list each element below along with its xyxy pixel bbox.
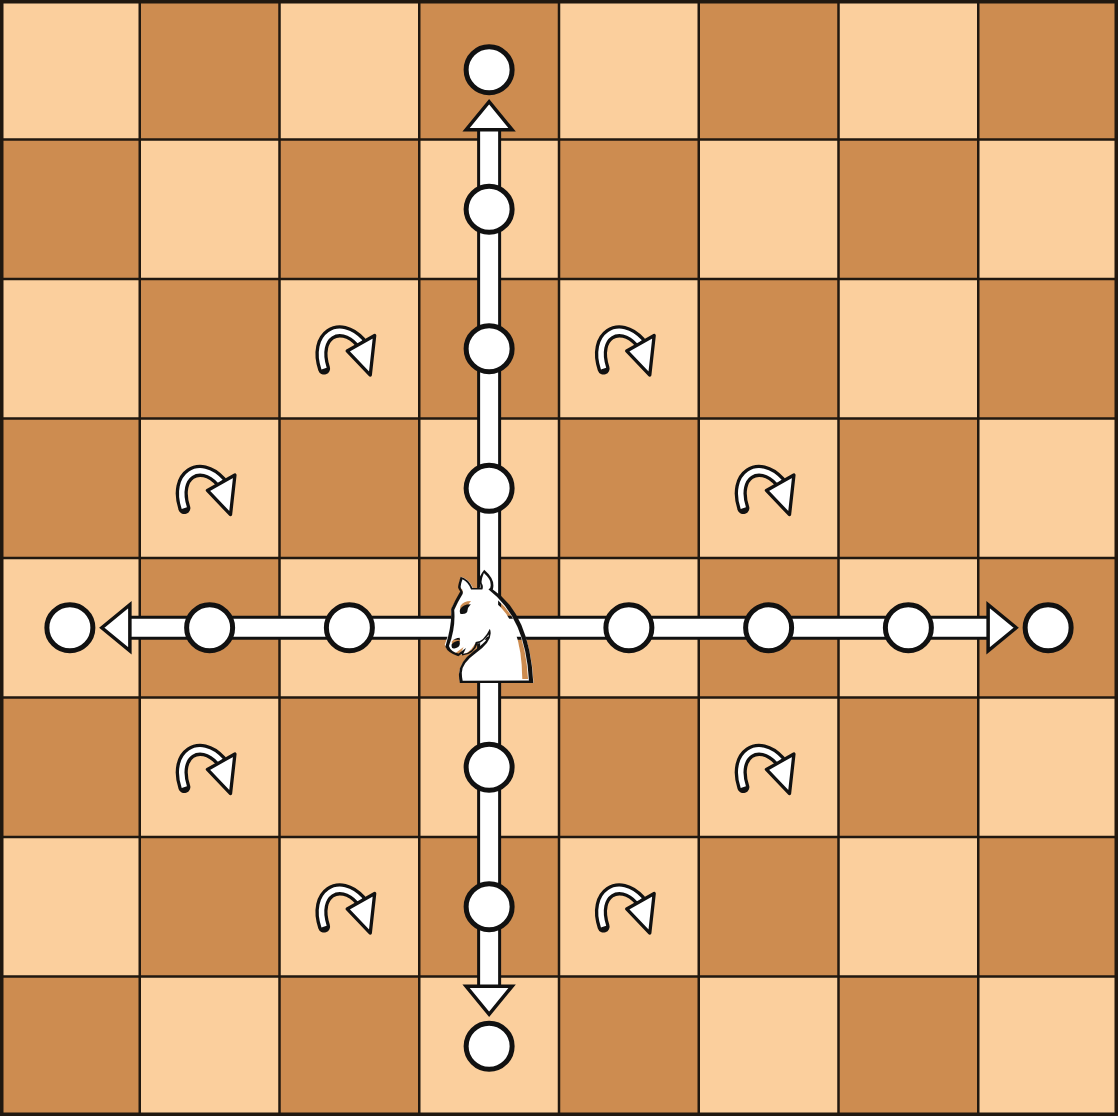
move-dot-g4 xyxy=(885,605,931,651)
move-dot-d7 xyxy=(466,186,512,232)
move-dot-f4 xyxy=(746,605,792,651)
move-dot-d5 xyxy=(466,465,512,511)
arrowhead-left xyxy=(102,605,130,651)
knight-move-arrow-e6 xyxy=(601,331,654,375)
terminal-dot-h4 xyxy=(1025,605,1071,651)
move-dot-e4 xyxy=(606,605,652,651)
movement-overlay: ♞♘ xyxy=(0,0,1118,1116)
terminal-dot-d1 xyxy=(466,1023,512,1069)
arrowhead-up xyxy=(466,102,512,130)
move-dot-c4 xyxy=(326,605,372,651)
move-dot-d6 xyxy=(466,326,512,372)
move-dot-b4 xyxy=(187,605,233,651)
knight-move-arrow-c6 xyxy=(321,331,374,375)
move-dot-d3 xyxy=(466,744,512,790)
knight-move-arrow-b5 xyxy=(182,471,235,515)
knight-move-arrow-b3 xyxy=(182,750,235,794)
knight-move-arrow-f5 xyxy=(741,471,794,515)
knight-move-arrow-f3 xyxy=(741,750,794,794)
arrowhead-right xyxy=(988,605,1016,651)
white-knight-outline: ♘ xyxy=(420,539,559,720)
knight-move-arrow-c2 xyxy=(321,889,374,933)
terminal-dot-a4 xyxy=(47,605,93,651)
terminal-dot-d8 xyxy=(466,47,512,93)
move-dot-d2 xyxy=(466,884,512,930)
movement-diagram: ♞♘ xyxy=(0,0,1118,1116)
arrowhead-down xyxy=(466,986,512,1014)
knight-move-arrow-e2 xyxy=(601,889,654,933)
